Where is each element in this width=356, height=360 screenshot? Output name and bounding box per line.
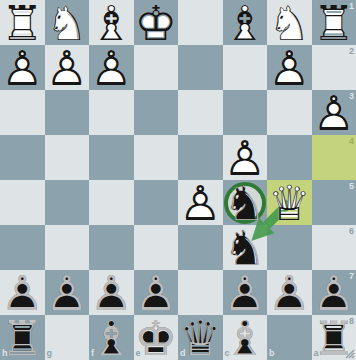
black-rook-h8[interactable]: ♜♖: [0, 315, 45, 360]
white-pawn-h2[interactable]: ♟♙: [0, 45, 45, 90]
square-d8[interactable]: d♛♕: [178, 315, 223, 360]
square-h2[interactable]: ♟♙: [0, 45, 45, 90]
chess-board-screenshot: ♜♖♞♘♝♗♚♔♝♗♞♘1♜♖♟♙♟♙♟♙♟♙23♟♙♟♙4♟♙♞♘♛♕5♞♘6…: [0, 0, 356, 360]
square-d6[interactable]: [178, 225, 223, 270]
black-queen-d8[interactable]: ♛♕: [178, 315, 223, 360]
black-pawn-f7[interactable]: ♟♙: [89, 270, 134, 315]
pawn-glyph-outline: ♙: [89, 45, 134, 90]
pawn-glyph-outline: ♙: [267, 270, 312, 315]
coord-file-g: g: [47, 349, 53, 358]
square-a2[interactable]: 2: [312, 45, 356, 90]
bishop-glyph-outline: ♗: [89, 315, 134, 360]
square-d7[interactable]: [178, 270, 223, 315]
bishop-glyph-outline: ♗: [223, 0, 268, 45]
coord-file-b: b: [269, 349, 275, 358]
board-resize-handle-icon[interactable]: [342, 346, 356, 360]
pawn-glyph-outline: ♙: [0, 270, 45, 315]
white-king-e1[interactable]: ♚♔: [134, 0, 179, 45]
white-pawn-a3[interactable]: ♟♙: [312, 90, 356, 135]
square-g6[interactable]: [45, 225, 90, 270]
square-f8[interactable]: f♝♗: [89, 315, 134, 360]
white-rook-a1[interactable]: ♜♖: [312, 0, 356, 45]
square-h4[interactable]: [0, 135, 45, 180]
square-d5[interactable]: ♟♙: [178, 180, 223, 225]
pawn-glyph-outline: ♙: [312, 90, 356, 135]
square-b7[interactable]: ♟♙: [267, 270, 312, 315]
square-a3[interactable]: 3♟♙: [312, 90, 356, 135]
square-h8[interactable]: h♜♖: [0, 315, 45, 360]
pawn-glyph-outline: ♙: [223, 135, 268, 180]
square-a1[interactable]: 1♜♖: [312, 0, 356, 45]
square-e1[interactable]: ♚♔: [134, 0, 179, 45]
square-d2[interactable]: [178, 45, 223, 90]
square-e4[interactable]: [134, 135, 179, 180]
pawn-glyph-outline: ♙: [312, 270, 356, 315]
black-king-e8[interactable]: ♚♔: [134, 315, 179, 360]
square-b8[interactable]: b: [267, 315, 312, 360]
square-g4[interactable]: [45, 135, 90, 180]
square-h1[interactable]: ♜♖: [0, 0, 45, 45]
coord-rank-6: 6: [349, 227, 354, 236]
square-b2[interactable]: ♟♙: [267, 45, 312, 90]
white-pawn-c4[interactable]: ♟♙: [223, 135, 268, 180]
square-f2[interactable]: ♟♙: [89, 45, 134, 90]
square-c8[interactable]: c♝♗: [223, 315, 268, 360]
knight-glyph-outline: ♘: [45, 0, 90, 45]
square-b5[interactable]: ♛♕: [267, 180, 312, 225]
white-pawn-g2[interactable]: ♟♙: [45, 45, 90, 90]
white-queen-b5[interactable]: ♛♕: [267, 180, 312, 225]
queen-glyph-outline: ♕: [267, 180, 312, 225]
pawn-glyph-outline: ♙: [45, 270, 90, 315]
pawn-glyph-outline: ♙: [178, 180, 223, 225]
square-g2[interactable]: ♟♙: [45, 45, 90, 90]
square-g3[interactable]: [45, 90, 90, 135]
square-c4[interactable]: ♟♙: [223, 135, 268, 180]
white-pawn-b2[interactable]: ♟♙: [267, 45, 312, 90]
black-knight-c6[interactable]: ♞♘: [223, 225, 268, 270]
square-g1[interactable]: ♞♘: [45, 0, 90, 45]
square-h3[interactable]: [0, 90, 45, 135]
bishop-glyph-outline: ♗: [89, 0, 134, 45]
white-pawn-f2[interactable]: ♟♙: [89, 45, 134, 90]
square-f5[interactable]: [89, 180, 134, 225]
black-bishop-f8[interactable]: ♝♗: [89, 315, 134, 360]
white-bishop-f1[interactable]: ♝♗: [89, 0, 134, 45]
black-pawn-h7[interactable]: ♟♙: [0, 270, 45, 315]
rook-glyph-outline: ♖: [312, 0, 356, 45]
square-e7[interactable]: ♟♙: [134, 270, 179, 315]
square-h6[interactable]: [0, 225, 45, 270]
knight-glyph-outline: ♘: [267, 0, 312, 45]
rook-glyph-outline: ♖: [0, 315, 45, 360]
pawn-glyph-outline: ♙: [267, 45, 312, 90]
square-f7[interactable]: ♟♙: [89, 270, 134, 315]
square-e6[interactable]: [134, 225, 179, 270]
square-a6[interactable]: 6: [312, 225, 356, 270]
bishop-glyph-outline: ♗: [223, 315, 268, 360]
square-f3[interactable]: [89, 90, 134, 135]
square-g7[interactable]: ♟♙: [45, 270, 90, 315]
square-h7[interactable]: ♟♙: [0, 270, 45, 315]
square-b4[interactable]: [267, 135, 312, 180]
pawn-glyph-outline: ♙: [45, 45, 90, 90]
square-e5[interactable]: [134, 180, 179, 225]
black-pawn-c7[interactable]: ♟♙: [223, 270, 268, 315]
square-a4[interactable]: 4: [312, 135, 356, 180]
square-h5[interactable]: [0, 180, 45, 225]
pawn-glyph-outline: ♙: [134, 270, 179, 315]
coord-rank-5: 5: [349, 182, 354, 191]
square-b1[interactable]: ♞♘: [267, 0, 312, 45]
square-d3[interactable]: [178, 90, 223, 135]
square-f4[interactable]: [89, 135, 134, 180]
square-g5[interactable]: [45, 180, 90, 225]
king-glyph-outline: ♔: [134, 0, 179, 45]
black-pawn-e7[interactable]: ♟♙: [134, 270, 179, 315]
square-g8[interactable]: g: [45, 315, 90, 360]
black-bishop-c8[interactable]: ♝♗: [223, 315, 268, 360]
square-c2[interactable]: [223, 45, 268, 90]
square-e2[interactable]: [134, 45, 179, 90]
black-knight-c5[interactable]: ♞♘: [223, 180, 268, 225]
square-c5[interactable]: ♞♘: [223, 180, 268, 225]
knight-glyph-outline: ♘: [223, 225, 268, 270]
black-pawn-b7[interactable]: ♟♙: [267, 270, 312, 315]
square-d4[interactable]: [178, 135, 223, 180]
rook-glyph-outline: ♖: [0, 0, 45, 45]
white-rook-h1[interactable]: ♜♖: [0, 0, 45, 45]
white-knight-g1[interactable]: ♞♘: [45, 0, 90, 45]
black-pawn-a7[interactable]: ♟♙: [312, 270, 356, 315]
square-e8[interactable]: e♚♔: [134, 315, 179, 360]
square-f1[interactable]: ♝♗: [89, 0, 134, 45]
square-f6[interactable]: [89, 225, 134, 270]
square-a7[interactable]: 7♟♙: [312, 270, 356, 315]
king-glyph-outline: ♔: [134, 315, 179, 360]
square-c1[interactable]: ♝♗: [223, 0, 268, 45]
white-pawn-d5[interactable]: ♟♙: [178, 180, 223, 225]
white-knight-b1[interactable]: ♞♘: [267, 0, 312, 45]
square-c3[interactable]: [223, 90, 268, 135]
white-bishop-c1[interactable]: ♝♗: [223, 0, 268, 45]
square-c7[interactable]: ♟♙: [223, 270, 268, 315]
square-b6[interactable]: [267, 225, 312, 270]
knight-glyph-outline: ♘: [223, 180, 268, 225]
black-pawn-g7[interactable]: ♟♙: [45, 270, 90, 315]
pawn-glyph-outline: ♙: [223, 270, 268, 315]
square-d1[interactable]: [178, 0, 223, 45]
pawn-glyph-outline: ♙: [89, 270, 134, 315]
chess-board: ♜♖♞♘♝♗♚♔♝♗♞♘1♜♖♟♙♟♙♟♙♟♙23♟♙♟♙4♟♙♞♘♛♕5♞♘6…: [0, 0, 356, 360]
square-b3[interactable]: [267, 90, 312, 135]
pawn-glyph-outline: ♙: [0, 45, 45, 90]
square-a5[interactable]: 5: [312, 180, 356, 225]
queen-glyph-outline: ♕: [178, 315, 223, 360]
square-e3[interactable]: [134, 90, 179, 135]
square-c6[interactable]: ♞♘: [223, 225, 268, 270]
